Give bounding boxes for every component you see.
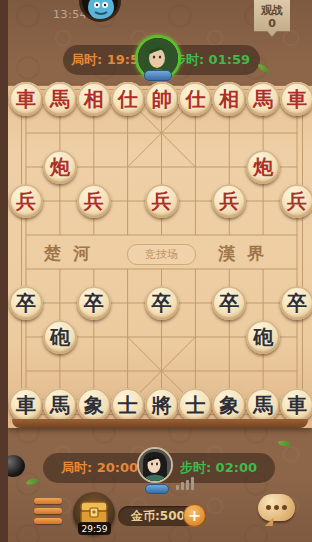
piece-red-cannon[interactable]: 炮 bbox=[246, 150, 280, 184]
piece-red-soldier[interactable]: 兵 bbox=[280, 184, 312, 218]
piece-black-elephant[interactable]: 象 bbox=[77, 388, 111, 422]
piece-black-cannon[interactable]: 砲 bbox=[43, 320, 77, 354]
connection-signal-icon bbox=[176, 477, 194, 490]
piece-red-cannon[interactable]: 炮 bbox=[43, 150, 77, 184]
bottom-game-clock: 局时: 20:00 bbox=[61, 459, 138, 477]
piece-black-soldier[interactable]: 卒 bbox=[77, 286, 111, 320]
piece-black-elephant[interactable]: 象 bbox=[212, 388, 246, 422]
bottom-step-clock: 步时: 02:00 bbox=[180, 459, 257, 477]
board-bottom-rim bbox=[12, 419, 308, 428]
menu-button[interactable] bbox=[34, 498, 62, 524]
piece-red-chariot[interactable]: 車 bbox=[280, 82, 312, 116]
piece-black-horse[interactable]: 馬 bbox=[246, 388, 280, 422]
piece-black-advisor[interactable]: 士 bbox=[111, 388, 145, 422]
piece-black-soldier[interactable]: 卒 bbox=[280, 286, 312, 320]
menu-bar bbox=[34, 498, 62, 504]
xiangqi-game-screen: 13:54 观战 0 局时: 19:59 步时: 01:59 bbox=[8, 0, 312, 542]
piece-black-cannon[interactable]: 砲 bbox=[246, 320, 280, 354]
leaf-decoration bbox=[26, 477, 40, 485]
chat-bubble-icon bbox=[258, 494, 295, 521]
piece-red-chariot[interactable]: 車 bbox=[9, 82, 43, 116]
top-player-rank-tag bbox=[144, 70, 172, 81]
bottom-player-avatar[interactable] bbox=[137, 447, 173, 483]
chat-button[interactable] bbox=[258, 494, 295, 523]
piece-red-general[interactable]: 帥 bbox=[145, 82, 179, 116]
spectate-label: 观战 bbox=[261, 4, 283, 17]
piece-black-soldier[interactable]: 卒 bbox=[145, 286, 179, 320]
piece-black-chariot[interactable]: 車 bbox=[9, 388, 43, 422]
spectate-badge[interactable]: 观战 0 bbox=[254, 0, 290, 38]
piece-red-soldier[interactable]: 兵 bbox=[212, 184, 246, 218]
river-label-han: 漢界 bbox=[218, 242, 276, 265]
piece-black-chariot[interactable]: 車 bbox=[280, 388, 312, 422]
piece-black-horse[interactable]: 馬 bbox=[43, 388, 77, 422]
piece-red-horse[interactable]: 馬 bbox=[43, 82, 77, 116]
piece-red-elephant[interactable]: 相 bbox=[77, 82, 111, 116]
piece-red-elephant[interactable]: 相 bbox=[212, 82, 246, 116]
piece-red-advisor[interactable]: 仕 bbox=[111, 82, 145, 116]
add-coins-button[interactable]: + bbox=[183, 504, 206, 527]
piece-black-soldier[interactable]: 卒 bbox=[212, 286, 246, 320]
top-step-clock: 步时: 01:59 bbox=[173, 51, 250, 69]
menu-bar bbox=[34, 518, 62, 524]
leaf-decoration bbox=[257, 63, 271, 75]
chest-countdown: 29:59 bbox=[78, 522, 111, 535]
black-stone-decoration bbox=[8, 455, 25, 477]
menu-bar bbox=[34, 508, 62, 514]
bottom-player-rank-tag bbox=[145, 484, 169, 494]
bottom-avatar-portrait bbox=[139, 449, 171, 481]
piece-black-soldier[interactable]: 卒 bbox=[9, 286, 43, 320]
leaf-decoration bbox=[278, 440, 292, 447]
piece-red-horse[interactable]: 馬 bbox=[246, 82, 280, 116]
piece-red-soldier[interactable]: 兵 bbox=[77, 184, 111, 218]
arena-mode-label: 竞技场 bbox=[127, 244, 196, 265]
piece-red-soldier[interactable]: 兵 bbox=[145, 184, 179, 218]
monster-icon bbox=[82, 0, 118, 21]
piece-black-general[interactable]: 將 bbox=[145, 388, 179, 422]
xiangqi-board[interactable]: 楚河 竞技场 漢界 車馬相仕帥仕相馬車炮炮兵兵兵兵兵卒卒卒卒卒砲砲車馬象士將士象… bbox=[8, 85, 312, 428]
piece-red-soldier[interactable]: 兵 bbox=[9, 184, 43, 218]
spectate-count: 0 bbox=[268, 17, 276, 30]
river-label-chu: 楚河 bbox=[44, 242, 102, 265]
